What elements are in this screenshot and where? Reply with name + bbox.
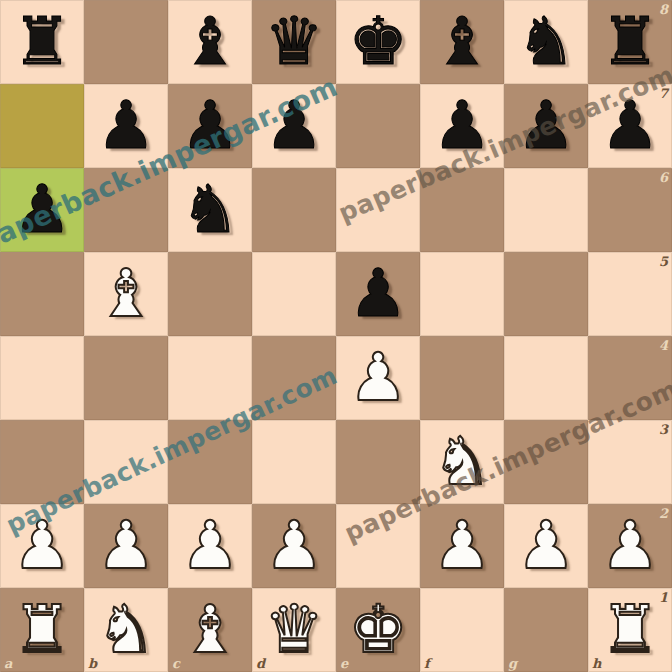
file-label-f: f [424,657,430,670]
square-g1[interactable]: g [504,588,588,672]
piece-black-queen-d8[interactable]: ♛ [252,0,336,84]
piece-white-pawn-b2[interactable]: ♟ [84,504,168,588]
square-c3[interactable] [168,420,252,504]
square-e7[interactable] [336,84,420,168]
square-b2[interactable]: ♟ [84,504,168,588]
square-e6[interactable] [336,168,420,252]
piece-white-pawn-a2[interactable]: ♟ [0,504,84,588]
square-d8[interactable]: ♛ [252,0,336,84]
piece-black-pawn-g7[interactable]: ♟ [504,84,588,168]
piece-white-knight-b1[interactable]: ♞ [84,588,168,672]
square-b3[interactable] [84,420,168,504]
piece-white-bishop-b5[interactable]: ♝ [84,252,168,336]
square-h7[interactable]: ♟7 [588,84,672,168]
square-h5[interactable]: 5 [588,252,672,336]
piece-black-pawn-c7[interactable]: ♟ [168,84,252,168]
square-g3[interactable] [504,420,588,504]
rank-label-5: 5 [659,255,668,268]
square-c8[interactable]: ♝ [168,0,252,84]
piece-white-pawn-e4[interactable]: ♟ [336,336,420,420]
square-b6[interactable] [84,168,168,252]
piece-white-rook-a1[interactable]: ♜ [0,588,84,672]
piece-white-rook-h1[interactable]: ♜ [588,588,672,672]
piece-white-knight-f3[interactable]: ♞ [420,420,504,504]
square-b8[interactable] [84,0,168,84]
square-d5[interactable] [252,252,336,336]
square-f8[interactable]: ♝ [420,0,504,84]
piece-white-bishop-c1[interactable]: ♝ [168,588,252,672]
piece-white-pawn-h2[interactable]: ♟ [588,504,672,588]
rank-label-4: 4 [659,339,668,352]
square-d7[interactable]: ♟ [252,84,336,168]
square-e2[interactable] [336,504,420,588]
square-a4[interactable] [0,336,84,420]
square-b4[interactable] [84,336,168,420]
square-a2[interactable]: ♟ [0,504,84,588]
square-b1[interactable]: ♞b [84,588,168,672]
square-h2[interactable]: ♟2 [588,504,672,588]
piece-black-bishop-f8[interactable]: ♝ [420,0,504,84]
piece-black-knight-c6[interactable]: ♞ [168,168,252,252]
square-e5[interactable]: ♟ [336,252,420,336]
piece-black-pawn-e5[interactable]: ♟ [336,252,420,336]
square-a7[interactable] [0,84,84,168]
square-d2[interactable]: ♟ [252,504,336,588]
square-a6[interactable]: ♟ [0,168,84,252]
file-label-g: g [508,657,517,670]
square-f3[interactable]: ♞ [420,420,504,504]
square-b5[interactable]: ♝ [84,252,168,336]
square-e4[interactable]: ♟ [336,336,420,420]
chess-board: ♜♝♛♚♝♞♜8♟♟♟♟♟♟7♟♞6♝♟5♟4♞3♟♟♟♟♟♟♟2♜a♞b♝c♛… [0,0,672,672]
square-b7[interactable]: ♟ [84,84,168,168]
square-g6[interactable] [504,168,588,252]
square-h8[interactable]: ♜8 [588,0,672,84]
piece-black-pawn-b7[interactable]: ♟ [84,84,168,168]
square-a3[interactable] [0,420,84,504]
square-e8[interactable]: ♚ [336,0,420,84]
piece-black-pawn-f7[interactable]: ♟ [420,84,504,168]
rank-label-3: 3 [659,423,668,436]
square-f1[interactable]: f [420,588,504,672]
piece-black-pawn-a6[interactable]: ♟ [0,168,84,252]
square-a5[interactable] [0,252,84,336]
square-d6[interactable] [252,168,336,252]
piece-black-knight-g8[interactable]: ♞ [504,0,588,84]
square-a8[interactable]: ♜ [0,0,84,84]
square-f7[interactable]: ♟ [420,84,504,168]
square-g4[interactable] [504,336,588,420]
square-c4[interactable] [168,336,252,420]
square-h3[interactable]: 3 [588,420,672,504]
square-h1[interactable]: ♜1h [588,588,672,672]
piece-black-pawn-d7[interactable]: ♟ [252,84,336,168]
piece-black-rook-h8[interactable]: ♜ [588,0,672,84]
square-e1[interactable]: ♚e [336,588,420,672]
square-c1[interactable]: ♝c [168,588,252,672]
piece-white-queen-d1[interactable]: ♛ [252,588,336,672]
square-f4[interactable] [420,336,504,420]
square-f6[interactable] [420,168,504,252]
square-h6[interactable]: 6 [588,168,672,252]
square-g7[interactable]: ♟ [504,84,588,168]
square-d4[interactable] [252,336,336,420]
square-h4[interactable]: 4 [588,336,672,420]
piece-white-pawn-g2[interactable]: ♟ [504,504,588,588]
piece-black-bishop-c8[interactable]: ♝ [168,0,252,84]
square-c2[interactable]: ♟ [168,504,252,588]
square-c7[interactable]: ♟ [168,84,252,168]
square-a1[interactable]: ♜a [0,588,84,672]
chessboard-screenshot: ♜♝♛♚♝♞♜8♟♟♟♟♟♟7♟♞6♝♟5♟4♞3♟♟♟♟♟♟♟2♜a♞b♝c♛… [0,0,672,672]
square-g8[interactable]: ♞ [504,0,588,84]
piece-white-pawn-c2[interactable]: ♟ [168,504,252,588]
piece-black-rook-a8[interactable]: ♜ [0,0,84,84]
square-g5[interactable] [504,252,588,336]
square-d1[interactable]: ♛d [252,588,336,672]
square-c6[interactable]: ♞ [168,168,252,252]
piece-white-king-e1[interactable]: ♚ [336,588,420,672]
square-g2[interactable]: ♟ [504,504,588,588]
piece-black-pawn-h7[interactable]: ♟ [588,84,672,168]
square-c5[interactable] [168,252,252,336]
square-d3[interactable] [252,420,336,504]
square-f2[interactable]: ♟ [420,504,504,588]
square-e3[interactable] [336,420,420,504]
rank-label-6: 6 [659,171,668,184]
piece-black-king-e8[interactable]: ♚ [336,0,420,84]
square-f5[interactable] [420,252,504,336]
piece-white-pawn-d2[interactable]: ♟ [252,504,336,588]
piece-white-pawn-f2[interactable]: ♟ [420,504,504,588]
